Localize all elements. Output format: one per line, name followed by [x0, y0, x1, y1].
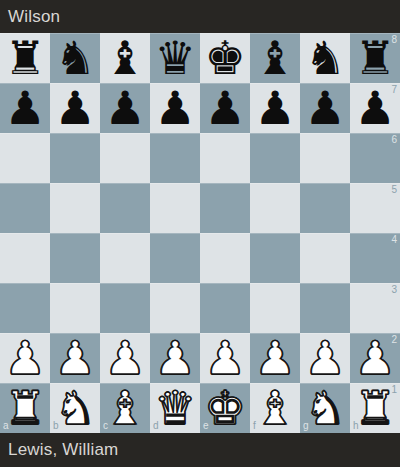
square-c5[interactable]: [100, 183, 150, 233]
square-b7[interactable]: ♟: [50, 83, 100, 133]
square-f3[interactable]: [250, 283, 300, 333]
square-b8[interactable]: ♞: [50, 33, 100, 83]
piece-white-bishop[interactable]: ♝: [250, 383, 300, 433]
square-a8[interactable]: ♜: [0, 33, 50, 83]
square-e4[interactable]: [200, 233, 250, 283]
square-a4[interactable]: [0, 233, 50, 283]
piece-white-pawn[interactable]: ♟: [50, 333, 100, 383]
piece-black-bishop[interactable]: ♝: [250, 33, 300, 83]
piece-white-queen[interactable]: ♛: [150, 383, 200, 433]
square-g1[interactable]: ♞g: [300, 383, 350, 433]
square-e2[interactable]: ♟: [200, 333, 250, 383]
square-f7[interactable]: ♟: [250, 83, 300, 133]
piece-white-bishop[interactable]: ♝: [100, 383, 150, 433]
square-d1[interactable]: ♛d: [150, 383, 200, 433]
piece-black-pawn[interactable]: ♟: [250, 83, 300, 133]
player-bar-bottom: Lewis, William: [0, 433, 400, 467]
player-bar-top: Wilson: [0, 0, 400, 33]
square-g6[interactable]: [300, 133, 350, 183]
square-d5[interactable]: [150, 183, 200, 233]
square-h1[interactable]: ♜1h: [350, 383, 400, 433]
square-c8[interactable]: ♝: [100, 33, 150, 83]
square-a7[interactable]: ♟: [0, 83, 50, 133]
piece-white-knight[interactable]: ♞: [300, 383, 350, 433]
piece-black-knight[interactable]: ♞: [50, 33, 100, 83]
square-c1[interactable]: ♝c: [100, 383, 150, 433]
piece-black-queen[interactable]: ♛: [150, 33, 200, 83]
piece-white-pawn[interactable]: ♟: [200, 333, 250, 383]
square-c4[interactable]: [100, 233, 150, 283]
square-f2[interactable]: ♟: [250, 333, 300, 383]
square-b1[interactable]: ♞b: [50, 383, 100, 433]
piece-black-pawn[interactable]: ♟: [300, 83, 350, 133]
square-d8[interactable]: ♛: [150, 33, 200, 83]
square-a1[interactable]: ♜a: [0, 383, 50, 433]
square-e1[interactable]: ♚e: [200, 383, 250, 433]
square-h3[interactable]: 3: [350, 283, 400, 333]
coordinate-rank-4: 4: [391, 235, 397, 245]
piece-black-rook[interactable]: ♜: [0, 33, 50, 83]
piece-black-rook[interactable]: ♜: [350, 33, 400, 83]
square-h7[interactable]: ♟7: [350, 83, 400, 133]
square-a2[interactable]: ♟: [0, 333, 50, 383]
square-h2[interactable]: ♟2: [350, 333, 400, 383]
square-e6[interactable]: [200, 133, 250, 183]
piece-white-pawn[interactable]: ♟: [250, 333, 300, 383]
piece-black-bishop[interactable]: ♝: [100, 33, 150, 83]
piece-white-pawn[interactable]: ♟: [350, 333, 400, 383]
square-g7[interactable]: ♟: [300, 83, 350, 133]
square-b6[interactable]: [50, 133, 100, 183]
square-g5[interactable]: [300, 183, 350, 233]
square-h4[interactable]: 4: [350, 233, 400, 283]
piece-white-rook[interactable]: ♜: [350, 383, 400, 433]
square-e7[interactable]: ♟: [200, 83, 250, 133]
piece-black-knight[interactable]: ♞: [300, 33, 350, 83]
square-c7[interactable]: ♟: [100, 83, 150, 133]
square-c2[interactable]: ♟: [100, 333, 150, 383]
square-h5[interactable]: 5: [350, 183, 400, 233]
coordinate-rank-3: 3: [391, 285, 397, 295]
coordinate-rank-5: 5: [391, 185, 397, 195]
square-b3[interactable]: [50, 283, 100, 333]
chess-app: Wilson ♜♞♝♛♚♝♞♜8♟♟♟♟♟♟♟♟76543♟♟♟♟♟♟♟♟2♜a…: [0, 0, 400, 467]
piece-black-pawn[interactable]: ♟: [100, 83, 150, 133]
square-g2[interactable]: ♟: [300, 333, 350, 383]
square-f1[interactable]: ♝f: [250, 383, 300, 433]
piece-white-knight[interactable]: ♞: [50, 383, 100, 433]
piece-black-pawn[interactable]: ♟: [0, 83, 50, 133]
square-e8[interactable]: ♚: [200, 33, 250, 83]
square-c3[interactable]: [100, 283, 150, 333]
piece-white-pawn[interactable]: ♟: [300, 333, 350, 383]
square-g4[interactable]: [300, 233, 350, 283]
square-h8[interactable]: ♜8: [350, 33, 400, 83]
piece-black-pawn[interactable]: ♟: [200, 83, 250, 133]
piece-black-pawn[interactable]: ♟: [350, 83, 400, 133]
square-e3[interactable]: [200, 283, 250, 333]
square-h6[interactable]: 6: [350, 133, 400, 183]
piece-black-king[interactable]: ♚: [200, 33, 250, 83]
square-d4[interactable]: [150, 233, 200, 283]
square-d3[interactable]: [150, 283, 200, 333]
player-name-bottom: Lewis, William: [8, 440, 118, 460]
square-f8[interactable]: ♝: [250, 33, 300, 83]
square-a6[interactable]: [0, 133, 50, 183]
piece-white-pawn[interactable]: ♟: [100, 333, 150, 383]
square-a3[interactable]: [0, 283, 50, 333]
piece-white-pawn[interactable]: ♟: [150, 333, 200, 383]
square-b5[interactable]: [50, 183, 100, 233]
square-b2[interactable]: ♟: [50, 333, 100, 383]
piece-black-pawn[interactable]: ♟: [50, 83, 100, 133]
square-f5[interactable]: [250, 183, 300, 233]
coordinate-rank-6: 6: [391, 135, 397, 145]
piece-white-rook[interactable]: ♜: [0, 383, 50, 433]
square-g3[interactable]: [300, 283, 350, 333]
square-d7[interactable]: ♟: [150, 83, 200, 133]
square-f6[interactable]: [250, 133, 300, 183]
piece-black-pawn[interactable]: ♟: [150, 83, 200, 133]
piece-white-pawn[interactable]: ♟: [0, 333, 50, 383]
square-d2[interactable]: ♟: [150, 333, 200, 383]
square-a5[interactable]: [0, 183, 50, 233]
square-f4[interactable]: [250, 233, 300, 283]
piece-white-king[interactable]: ♚: [200, 383, 250, 433]
player-name-top: Wilson: [8, 7, 60, 27]
square-g8[interactable]: ♞: [300, 33, 350, 83]
square-b4[interactable]: [50, 233, 100, 283]
square-d6[interactable]: [150, 133, 200, 183]
chess-board[interactable]: ♜♞♝♛♚♝♞♜8♟♟♟♟♟♟♟♟76543♟♟♟♟♟♟♟♟2♜a♞b♝c♛d♚…: [0, 33, 400, 433]
square-e5[interactable]: [200, 183, 250, 233]
square-c6[interactable]: [100, 133, 150, 183]
